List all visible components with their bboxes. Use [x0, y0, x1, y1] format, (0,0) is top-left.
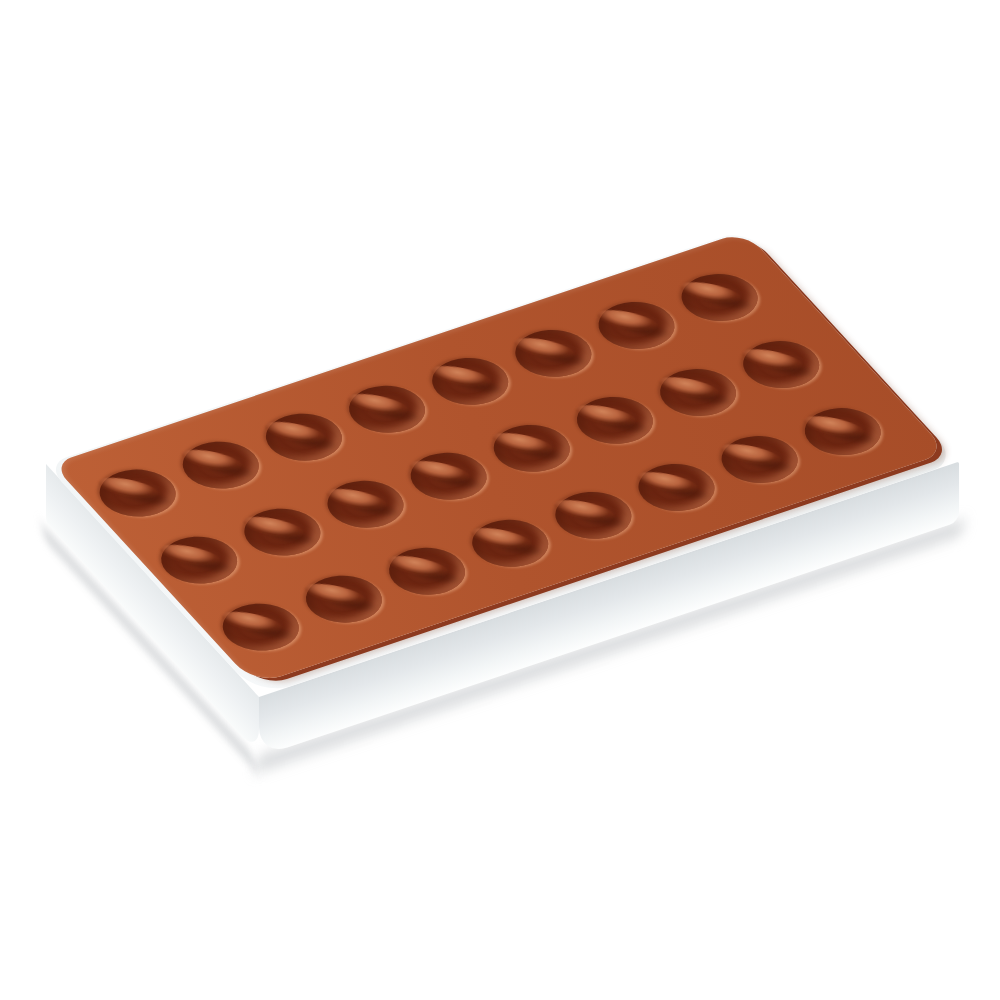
bean-cavity-r2-c2	[230, 500, 334, 563]
bean-cavity-r2-c7	[646, 361, 750, 424]
bean-cavity-r2-c1	[147, 528, 251, 591]
bean-cavity-r2-c3	[314, 472, 418, 535]
bean-cavity-r2-c8	[729, 333, 833, 396]
bean-cavity-r1-c3	[252, 405, 356, 468]
bean-cavity-r3-c1	[209, 595, 313, 658]
product-photo	[0, 0, 1000, 1000]
bean-cavity-r1-c2	[169, 433, 273, 496]
bean-cavity-r1-c7	[585, 294, 689, 357]
bean-cavity-r1-c6	[501, 322, 605, 385]
bean-cavity-r3-c4	[458, 512, 562, 575]
bean-cavity-r1-c5	[418, 350, 522, 413]
bean-cavity-r3-c7	[708, 428, 812, 491]
bean-cavity-r3-c3	[375, 540, 479, 603]
bean-cavity-r1-c8	[668, 266, 772, 329]
bean-cavity-r3-c5	[541, 484, 645, 547]
bean-cavity-r2-c5	[480, 417, 584, 480]
bean-cavity-r3-c6	[625, 456, 729, 519]
bean-cavity-r2-c4	[397, 445, 501, 508]
bean-cavity-r1-c1	[86, 461, 190, 524]
bean-cavity-r3-c8	[791, 400, 895, 463]
bean-cavity-r3-c2	[292, 567, 396, 630]
bean-cavity-r2-c6	[563, 389, 667, 452]
bean-cavity-r1-c4	[335, 378, 439, 441]
